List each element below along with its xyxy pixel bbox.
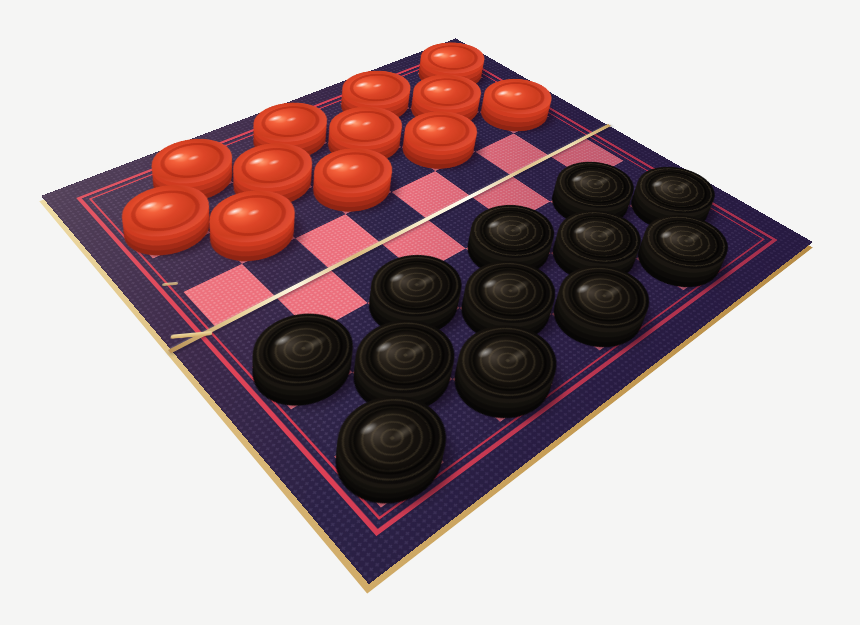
black-checker-piece[interactable]: ⛂: [315, 401, 463, 526]
pieces-layer: ⛀⛀⛀⛀⛀⛀⛀⛀⛀⛀⛀⛀⛂⛂⛂⛂⛂⛂⛂⛂⛂⛂⛂⛂: [41, 38, 813, 584]
black-checker-piece[interactable]: ⛂: [234, 321, 369, 424]
black-checker-piece[interactable]: ⛂: [435, 333, 570, 437]
checker-glyph: ⛂: [316, 380, 468, 505]
red-checker-piece[interactable]: ⛀: [195, 200, 310, 274]
checker-face: ⛂: [316, 380, 468, 505]
checkers-board: ⛀⛀⛀⛀⛀⛀⛀⛀⛀⛀⛀⛀⛂⛂⛂⛂⛂⛂⛂⛂⛂⛂⛂⛂: [41, 38, 813, 584]
photo-background: Tiny folding cardboard checkerboard with…: [0, 0, 860, 625]
